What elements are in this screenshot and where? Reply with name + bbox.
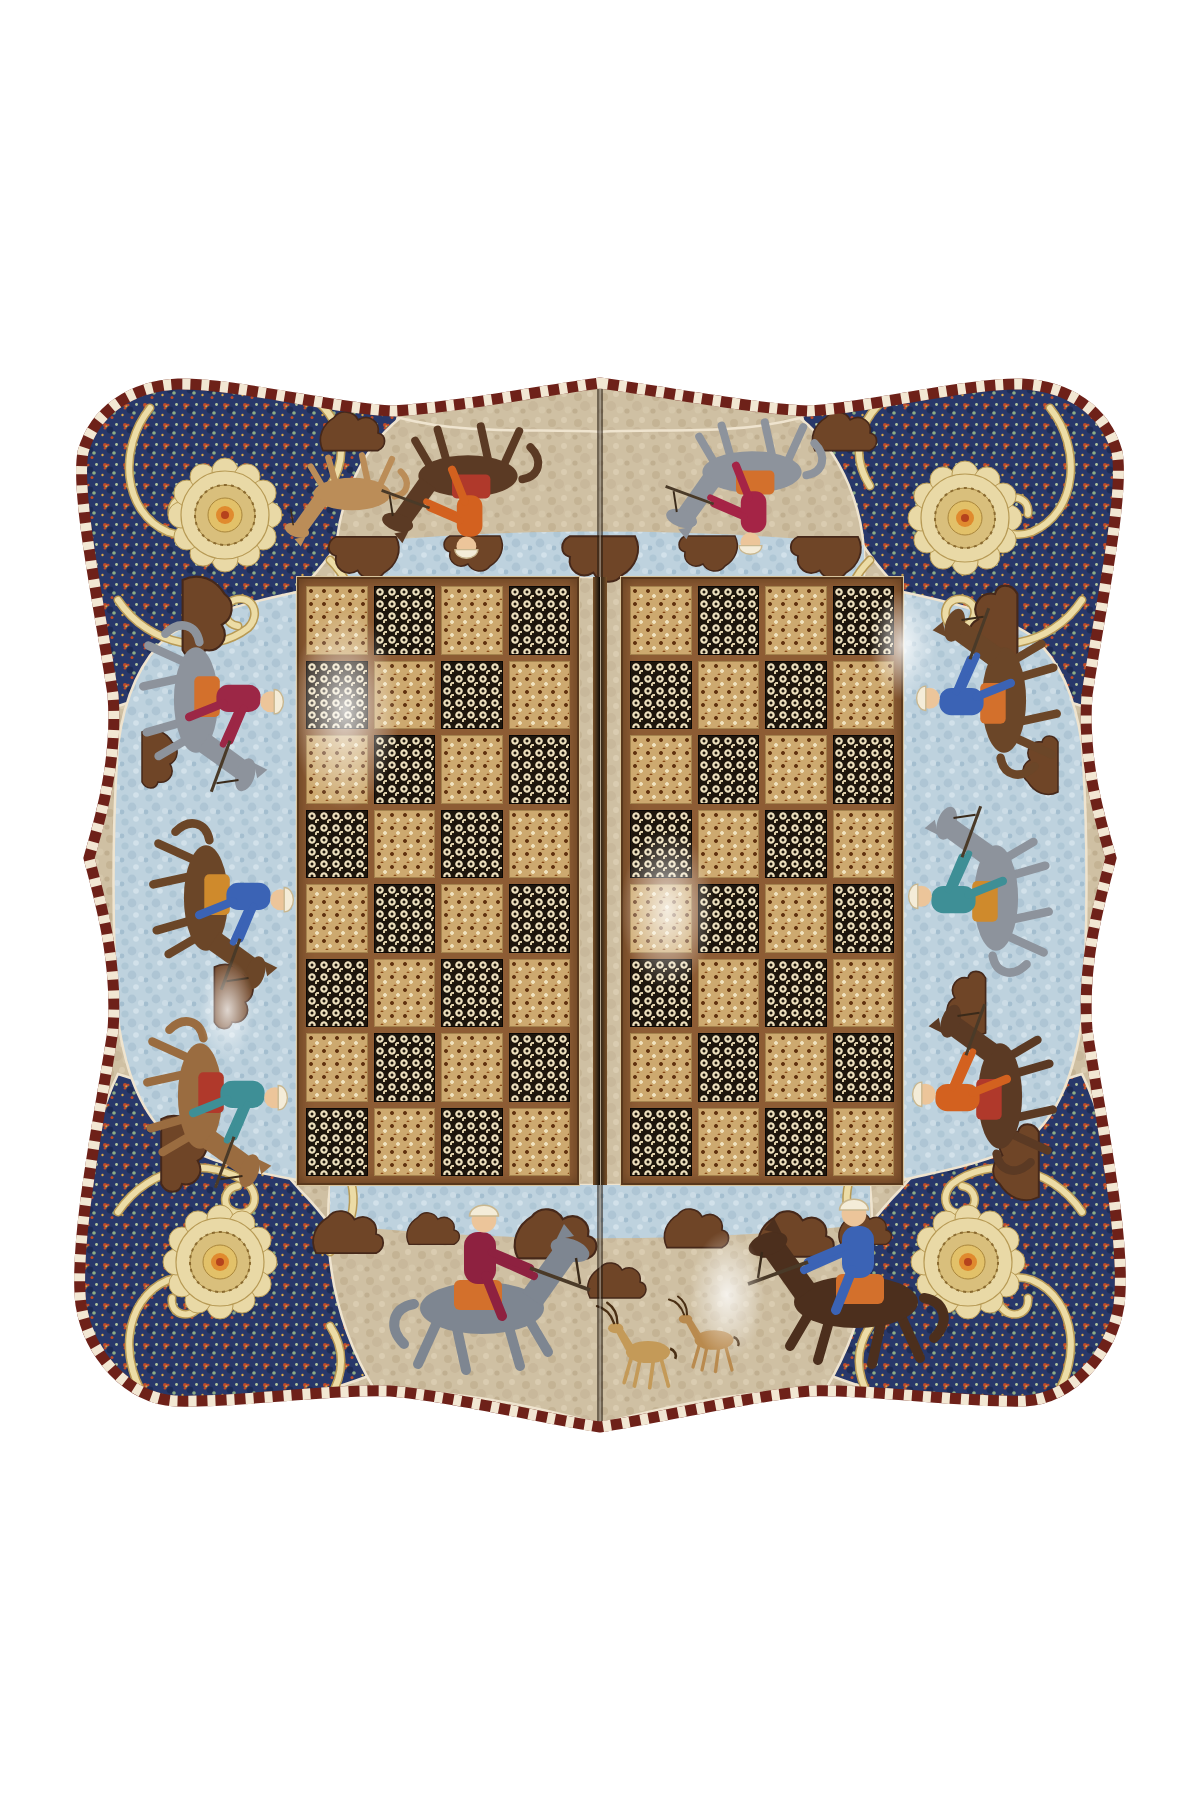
square-f8[interactable]	[698, 586, 760, 655]
square-g2[interactable]	[765, 1033, 827, 1102]
square-e6[interactable]	[630, 735, 692, 804]
square-f2[interactable]	[698, 1033, 760, 1102]
square-d8[interactable]	[509, 586, 571, 655]
board-half-right	[621, 577, 903, 1185]
square-d6[interactable]	[509, 735, 571, 804]
square-f6[interactable]	[698, 735, 760, 804]
square-g3[interactable]	[765, 959, 827, 1028]
chessboard	[297, 577, 903, 1185]
square-e5[interactable]	[630, 810, 692, 879]
square-b5[interactable]	[374, 810, 436, 879]
square-a1[interactable]	[306, 1108, 368, 1177]
square-e8[interactable]	[630, 586, 692, 655]
square-e2[interactable]	[630, 1033, 692, 1102]
square-a7[interactable]	[306, 661, 368, 730]
square-h2[interactable]	[833, 1033, 895, 1102]
square-a4[interactable]	[306, 884, 368, 953]
square-c5[interactable]	[441, 810, 503, 879]
square-f1[interactable]	[698, 1108, 760, 1177]
square-f4[interactable]	[698, 884, 760, 953]
square-b8[interactable]	[374, 586, 436, 655]
square-f7[interactable]	[698, 661, 760, 730]
square-d7[interactable]	[509, 661, 571, 730]
square-a6[interactable]	[306, 735, 368, 804]
square-f5[interactable]	[698, 810, 760, 879]
square-g1[interactable]	[765, 1108, 827, 1177]
square-b3[interactable]	[374, 959, 436, 1028]
square-e7[interactable]	[630, 661, 692, 730]
square-e3[interactable]	[630, 959, 692, 1028]
square-d4[interactable]	[509, 884, 571, 953]
square-d1[interactable]	[509, 1108, 571, 1177]
square-c6[interactable]	[441, 735, 503, 804]
square-g8[interactable]	[765, 586, 827, 655]
square-h5[interactable]	[833, 810, 895, 879]
board-half-left	[297, 577, 579, 1185]
square-c7[interactable]	[441, 661, 503, 730]
square-b4[interactable]	[374, 884, 436, 953]
square-e4[interactable]	[630, 884, 692, 953]
square-d2[interactable]	[509, 1033, 571, 1102]
square-b2[interactable]	[374, 1033, 436, 1102]
square-f3[interactable]	[698, 959, 760, 1028]
square-e1[interactable]	[630, 1108, 692, 1177]
square-a8[interactable]	[306, 586, 368, 655]
square-h1[interactable]	[833, 1108, 895, 1177]
square-g4[interactable]	[765, 884, 827, 953]
square-c1[interactable]	[441, 1108, 503, 1177]
square-g5[interactable]	[765, 810, 827, 879]
square-h8[interactable]	[833, 586, 895, 655]
square-b6[interactable]	[374, 735, 436, 804]
square-c3[interactable]	[441, 959, 503, 1028]
square-c4[interactable]	[441, 884, 503, 953]
square-h3[interactable]	[833, 959, 895, 1028]
square-b7[interactable]	[374, 661, 436, 730]
square-a5[interactable]	[306, 810, 368, 879]
square-c8[interactable]	[441, 586, 503, 655]
square-g6[interactable]	[765, 735, 827, 804]
square-c2[interactable]	[441, 1033, 503, 1102]
square-h6[interactable]	[833, 735, 895, 804]
fold-seam	[593, 577, 607, 1185]
square-b1[interactable]	[374, 1108, 436, 1177]
square-d3[interactable]	[509, 959, 571, 1028]
square-d5[interactable]	[509, 810, 571, 879]
square-a2[interactable]	[306, 1033, 368, 1102]
square-h7[interactable]	[833, 661, 895, 730]
square-g7[interactable]	[765, 661, 827, 730]
product-photo	[0, 0, 1200, 1800]
square-h4[interactable]	[833, 884, 895, 953]
square-a3[interactable]	[306, 959, 368, 1028]
